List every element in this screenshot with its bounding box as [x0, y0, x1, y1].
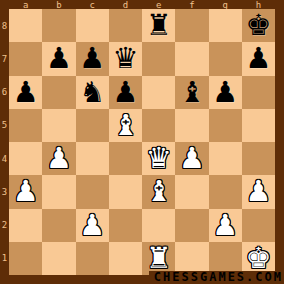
square-h2[interactable]: [242, 209, 275, 242]
square-c8[interactable]: [76, 9, 109, 42]
rank-label-8: 8: [0, 9, 9, 42]
square-c5[interactable]: [76, 109, 109, 142]
square-d1[interactable]: [109, 242, 142, 275]
square-e2[interactable]: [142, 209, 175, 242]
square-a1[interactable]: [9, 242, 42, 275]
square-c1[interactable]: [76, 242, 109, 275]
square-h8[interactable]: ♚: [242, 9, 275, 42]
square-c2[interactable]: ♟: [76, 209, 109, 242]
rank-label-6: 6: [0, 76, 9, 109]
piece-white-pawn-h3: ♟: [245, 175, 271, 208]
piece-white-bishop-d5: ♝: [112, 109, 138, 142]
rank-label-1: 1: [0, 242, 9, 275]
square-e4[interactable]: ♛: [142, 142, 175, 175]
piece-black-rook-e8: ♜: [146, 9, 172, 42]
square-f3[interactable]: [175, 175, 208, 208]
square-b7[interactable]: ♟: [42, 42, 75, 75]
square-b5[interactable]: [42, 109, 75, 142]
square-d5[interactable]: ♝: [109, 109, 142, 142]
square-a4[interactable]: [9, 142, 42, 175]
square-d6[interactable]: ♟: [109, 76, 142, 109]
square-a6[interactable]: ♟: [9, 76, 42, 109]
square-g2[interactable]: ♟: [209, 209, 242, 242]
square-b1[interactable]: [42, 242, 75, 275]
square-a7[interactable]: [9, 42, 42, 75]
piece-black-bishop-f6: ♝: [179, 76, 205, 109]
square-f7[interactable]: [175, 42, 208, 75]
piece-white-pawn-f4: ♟: [179, 142, 205, 175]
square-f5[interactable]: [175, 109, 208, 142]
piece-black-pawn-d6: ♟: [112, 76, 138, 109]
piece-black-pawn-a6: ♟: [13, 76, 39, 109]
rank-label-2: 2: [0, 209, 9, 242]
square-b2[interactable]: [42, 209, 75, 242]
square-h7[interactable]: ♟: [242, 42, 275, 75]
piece-black-pawn-g6: ♟: [212, 76, 238, 109]
square-a8[interactable]: [9, 9, 42, 42]
piece-white-bishop-e3: ♝: [146, 175, 172, 208]
square-c6[interactable]: ♞: [76, 76, 109, 109]
square-a5[interactable]: [9, 109, 42, 142]
rank-label-4: 4: [0, 142, 9, 175]
square-g3[interactable]: [209, 175, 242, 208]
square-e5[interactable]: [142, 109, 175, 142]
square-b8[interactable]: [42, 9, 75, 42]
square-d4[interactable]: [109, 142, 142, 175]
chess-board-frame: abcdefgh 87654321 ♜♚♟♟♛♟♟♞♟♝♟♝♟♛♟♟♝♟♟♟♜♚…: [0, 0, 284, 284]
piece-black-queen-d7: ♛: [112, 42, 138, 75]
square-f6[interactable]: ♝: [175, 76, 208, 109]
piece-white-queen-e4: ♛: [146, 142, 172, 175]
file-labels: abcdefgh: [9, 0, 275, 9]
rank-label-3: 3: [0, 175, 9, 208]
square-f4[interactable]: ♟: [175, 142, 208, 175]
square-g7[interactable]: [209, 42, 242, 75]
piece-black-pawn-h7: ♟: [245, 42, 271, 75]
piece-black-king-h8: ♚: [245, 9, 271, 42]
chess-board: ♜♚♟♟♛♟♟♞♟♝♟♝♟♛♟♟♝♟♟♟♜♚: [9, 9, 275, 275]
square-c4[interactable]: [76, 142, 109, 175]
square-e8[interactable]: ♜: [142, 9, 175, 42]
rank-label-5: 5: [0, 109, 9, 142]
piece-white-pawn-b4: ♟: [46, 142, 72, 175]
watermark-text: CHESSGAMES.COM: [149, 271, 283, 284]
piece-white-pawn-g2: ♟: [212, 209, 238, 242]
square-a2[interactable]: [9, 209, 42, 242]
square-d7[interactable]: ♛: [109, 42, 142, 75]
square-e3[interactable]: ♝: [142, 175, 175, 208]
square-f8[interactable]: [175, 9, 208, 42]
square-a3[interactable]: ♟: [9, 175, 42, 208]
square-e6[interactable]: [142, 76, 175, 109]
square-h6[interactable]: [242, 76, 275, 109]
square-g6[interactable]: ♟: [209, 76, 242, 109]
square-d2[interactable]: [109, 209, 142, 242]
piece-white-pawn-c2: ♟: [79, 209, 105, 242]
square-d3[interactable]: [109, 175, 142, 208]
square-f2[interactable]: [175, 209, 208, 242]
square-g8[interactable]: [209, 9, 242, 42]
square-e7[interactable]: [142, 42, 175, 75]
square-g4[interactable]: [209, 142, 242, 175]
square-d8[interactable]: [109, 9, 142, 42]
piece-black-pawn-c7: ♟: [79, 42, 105, 75]
piece-black-knight-c6: ♞: [79, 76, 105, 109]
square-c3[interactable]: [76, 175, 109, 208]
rank-labels: 87654321: [0, 9, 9, 275]
square-b6[interactable]: [42, 76, 75, 109]
square-c7[interactable]: ♟: [76, 42, 109, 75]
square-h5[interactable]: [242, 109, 275, 142]
square-h4[interactable]: [242, 142, 275, 175]
square-h3[interactable]: ♟: [242, 175, 275, 208]
square-g5[interactable]: [209, 109, 242, 142]
rank-label-7: 7: [0, 42, 9, 75]
piece-white-pawn-a3: ♟: [13, 175, 39, 208]
piece-black-pawn-b7: ♟: [46, 42, 72, 75]
square-b3[interactable]: [42, 175, 75, 208]
square-b4[interactable]: ♟: [42, 142, 75, 175]
